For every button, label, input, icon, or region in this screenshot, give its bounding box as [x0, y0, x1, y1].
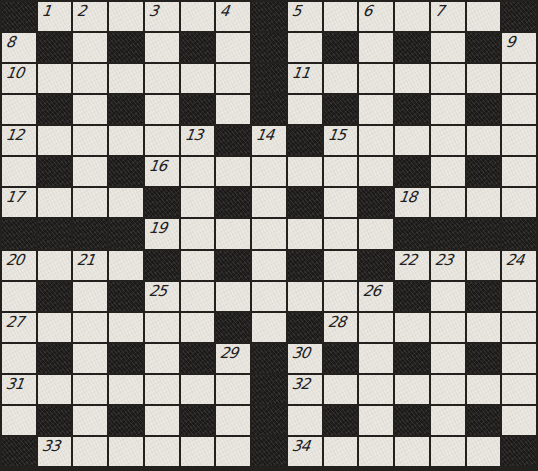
white-cell-r14c15[interactable] — [502, 406, 536, 435]
white-cell-r10c9[interactable] — [288, 282, 322, 311]
black-cell-r2c4 — [109, 33, 143, 62]
white-cell-r10c8[interactable] — [252, 282, 286, 311]
white-cell-r2c9[interactable] — [288, 33, 322, 62]
white-cell-r9c3[interactable]: 21 — [73, 251, 107, 280]
white-cell-r14c7[interactable] — [216, 406, 250, 435]
white-cell-r4c1[interactable] — [2, 95, 36, 124]
black-cell-r9c7 — [216, 251, 250, 280]
clue-number-29: 29 — [219, 344, 239, 363]
white-cell-r1c12[interactable] — [395, 2, 429, 31]
clue-number-16: 16 — [148, 157, 168, 176]
black-cell-r14c6 — [181, 406, 215, 435]
white-cell-r5c6[interactable]: 13 — [181, 126, 215, 155]
white-cell-r6c9[interactable] — [288, 157, 322, 186]
black-cell-r2c8 — [252, 33, 286, 62]
white-cell-r10c11[interactable]: 26 — [359, 282, 393, 311]
clue-number-14: 14 — [255, 126, 275, 145]
clue-number-10: 10 — [5, 64, 25, 83]
white-cell-r9c8[interactable] — [252, 251, 286, 280]
white-cell-r8c8[interactable] — [252, 219, 286, 248]
black-cell-r12c8 — [252, 344, 286, 373]
clue-number-33: 33 — [40, 437, 60, 456]
white-cell-r3c3[interactable] — [73, 64, 107, 93]
clue-number-20: 20 — [5, 251, 25, 270]
black-cell-r12c2 — [38, 344, 72, 373]
black-cell-r4c6 — [181, 95, 215, 124]
white-cell-r13c3[interactable] — [73, 375, 107, 404]
white-cell-r8c10[interactable] — [324, 219, 358, 248]
white-cell-r1c11[interactable]: 6 — [359, 2, 393, 31]
white-cell-r1c7[interactable]: 4 — [216, 2, 250, 31]
white-cell-r7c13[interactable] — [431, 188, 465, 217]
white-cell-r7c6[interactable] — [181, 188, 215, 217]
white-cell-r9c10[interactable] — [324, 251, 358, 280]
white-cell-r1c5[interactable]: 3 — [145, 2, 179, 31]
white-cell-r9c4[interactable] — [109, 251, 143, 280]
white-cell-r15c6[interactable] — [181, 437, 215, 466]
white-cell-r7c14[interactable] — [467, 188, 501, 217]
white-cell-r12c13[interactable] — [431, 344, 465, 373]
black-cell-r14c2 — [38, 406, 72, 435]
white-cell-r6c7[interactable] — [216, 157, 250, 186]
black-cell-r4c2 — [38, 95, 72, 124]
black-cell-r4c8 — [252, 95, 286, 124]
white-cell-r5c4[interactable] — [109, 126, 143, 155]
white-cell-r5c10[interactable]: 15 — [324, 126, 358, 155]
black-cell-r6c12 — [395, 157, 429, 186]
black-cell-r12c14 — [467, 344, 501, 373]
white-cell-r11c2[interactable] — [38, 313, 72, 342]
white-cell-r10c7[interactable] — [216, 282, 250, 311]
black-cell-r15c15 — [502, 437, 536, 466]
white-cell-r13c1[interactable]: 31 — [2, 375, 36, 404]
black-cell-r6c2 — [38, 157, 72, 186]
white-cell-r15c12[interactable] — [395, 437, 429, 466]
clue-number-31: 31 — [5, 375, 25, 394]
white-cell-r15c3[interactable] — [73, 437, 107, 466]
clue-number-25: 25 — [148, 282, 168, 301]
white-cell-r3c9[interactable]: 11 — [288, 64, 322, 93]
white-cell-r4c9[interactable] — [288, 95, 322, 124]
white-cell-r11c3[interactable] — [73, 313, 107, 342]
white-cell-r10c5[interactable]: 25 — [145, 282, 179, 311]
white-cell-r7c8[interactable] — [252, 188, 286, 217]
clue-number-22: 22 — [398, 251, 418, 270]
white-cell-r2c11[interactable] — [359, 33, 393, 62]
crossword-board: 1234567891011121314151617181920212223242… — [0, 0, 538, 471]
white-cell-r4c15[interactable] — [502, 95, 536, 124]
clue-number-9: 9 — [505, 33, 516, 52]
white-cell-r15c11[interactable] — [359, 437, 393, 466]
white-cell-r9c1[interactable]: 20 — [2, 251, 36, 280]
white-cell-r6c10[interactable] — [324, 157, 358, 186]
white-cell-r2c3[interactable] — [73, 33, 107, 62]
white-cell-r4c5[interactable] — [145, 95, 179, 124]
white-cell-r6c15[interactable] — [502, 157, 536, 186]
white-cell-r1c10[interactable] — [324, 2, 358, 31]
white-cell-r4c11[interactable] — [359, 95, 393, 124]
white-cell-r2c15[interactable]: 9 — [502, 33, 536, 62]
white-cell-r13c12[interactable] — [395, 375, 429, 404]
white-cell-r2c1[interactable]: 8 — [2, 33, 36, 62]
white-cell-r7c10[interactable] — [324, 188, 358, 217]
black-cell-r1c1 — [2, 2, 36, 31]
black-cell-r10c14 — [467, 282, 501, 311]
white-cell-r6c3[interactable] — [73, 157, 107, 186]
black-cell-r5c9 — [288, 126, 322, 155]
black-cell-r8c3 — [73, 219, 107, 248]
white-cell-r13c2[interactable] — [38, 375, 72, 404]
white-cell-r15c4[interactable] — [109, 437, 143, 466]
black-cell-r8c14 — [467, 219, 501, 248]
white-cell-r10c13[interactable] — [431, 282, 465, 311]
white-cell-r6c1[interactable] — [2, 157, 36, 186]
white-cell-r1c6[interactable] — [181, 2, 215, 31]
clue-number-26: 26 — [362, 282, 382, 301]
black-cell-r4c14 — [467, 95, 501, 124]
clue-number-21: 21 — [76, 251, 96, 270]
white-cell-r1c9[interactable]: 5 — [288, 2, 322, 31]
black-cell-r9c5 — [145, 251, 179, 280]
clue-number-12: 12 — [5, 126, 25, 145]
white-cell-r3c12[interactable] — [395, 64, 429, 93]
white-cell-r10c15[interactable] — [502, 282, 536, 311]
white-cell-r11c10[interactable]: 28 — [324, 313, 358, 342]
white-cell-r14c11[interactable] — [359, 406, 393, 435]
black-cell-r8c13 — [431, 219, 465, 248]
white-cell-r3c10[interactable] — [324, 64, 358, 93]
black-cell-r14c8 — [252, 406, 286, 435]
white-cell-r9c13[interactable]: 23 — [431, 251, 465, 280]
clue-number-15: 15 — [326, 126, 346, 145]
white-cell-r6c13[interactable] — [431, 157, 465, 186]
white-cell-r15c2[interactable]: 33 — [38, 437, 72, 466]
black-cell-r14c14 — [467, 406, 501, 435]
white-cell-r1c13[interactable]: 7 — [431, 2, 465, 31]
clue-number-7: 7 — [433, 2, 444, 21]
white-cell-r13c15[interactable] — [502, 375, 536, 404]
black-cell-r8c1 — [2, 219, 36, 248]
white-cell-r11c6[interactable] — [181, 313, 215, 342]
white-cell-r8c6[interactable] — [181, 219, 215, 248]
black-cell-r8c4 — [109, 219, 143, 248]
black-cell-r4c12 — [395, 95, 429, 124]
white-cell-r13c14[interactable] — [467, 375, 501, 404]
white-cell-r12c5[interactable] — [145, 344, 179, 373]
black-cell-r2c10 — [324, 33, 358, 62]
white-cell-r4c3[interactable] — [73, 95, 107, 124]
white-cell-r6c11[interactable] — [359, 157, 393, 186]
white-cell-r3c4[interactable] — [109, 64, 143, 93]
white-cell-r9c12[interactable]: 22 — [395, 251, 429, 280]
white-cell-r5c8[interactable]: 14 — [252, 126, 286, 155]
white-cell-r9c6[interactable] — [181, 251, 215, 280]
black-cell-r12c4 — [109, 344, 143, 373]
white-cell-r8c9[interactable] — [288, 219, 322, 248]
black-cell-r10c4 — [109, 282, 143, 311]
clue-number-17: 17 — [5, 188, 25, 207]
white-cell-r6c5[interactable]: 16 — [145, 157, 179, 186]
white-cell-r4c13[interactable] — [431, 95, 465, 124]
black-cell-r4c4 — [109, 95, 143, 124]
clue-number-4: 4 — [219, 2, 230, 21]
black-cell-r10c12 — [395, 282, 429, 311]
white-cell-r5c2[interactable] — [38, 126, 72, 155]
white-cell-r13c4[interactable] — [109, 375, 143, 404]
white-cell-r3c13[interactable] — [431, 64, 465, 93]
black-cell-r10c2 — [38, 282, 72, 311]
black-cell-r2c14 — [467, 33, 501, 62]
white-cell-r13c7[interactable] — [216, 375, 250, 404]
white-cell-r12c9[interactable]: 30 — [288, 344, 322, 373]
black-cell-r1c8 — [252, 2, 286, 31]
clue-number-6: 6 — [362, 2, 373, 21]
white-cell-r1c2[interactable]: 1 — [38, 2, 72, 31]
white-cell-r2c7[interactable] — [216, 33, 250, 62]
clue-number-34: 34 — [291, 437, 311, 456]
clue-number-5: 5 — [291, 2, 302, 21]
white-cell-r7c3[interactable] — [73, 188, 107, 217]
black-cell-r3c8 — [252, 64, 286, 93]
black-cell-r11c9 — [288, 313, 322, 342]
white-cell-r11c4[interactable] — [109, 313, 143, 342]
white-cell-r15c5[interactable] — [145, 437, 179, 466]
black-cell-r9c9 — [288, 251, 322, 280]
white-cell-r12c3[interactable] — [73, 344, 107, 373]
white-cell-r7c15[interactable] — [502, 188, 536, 217]
black-cell-r9c11 — [359, 251, 393, 280]
black-cell-r12c10 — [324, 344, 358, 373]
white-cell-r5c5[interactable] — [145, 126, 179, 155]
white-cell-r14c13[interactable] — [431, 406, 465, 435]
black-cell-r14c12 — [395, 406, 429, 435]
black-cell-r14c10 — [324, 406, 358, 435]
white-cell-r15c10[interactable] — [324, 437, 358, 466]
clue-number-1: 1 — [40, 2, 51, 21]
white-cell-r9c2[interactable] — [38, 251, 72, 280]
clue-number-18: 18 — [398, 188, 418, 207]
white-cell-r5c11[interactable] — [359, 126, 393, 155]
black-cell-r7c9 — [288, 188, 322, 217]
white-cell-r10c1[interactable] — [2, 282, 36, 311]
black-cell-r11c7 — [216, 313, 250, 342]
white-cell-r5c1[interactable]: 12 — [2, 126, 36, 155]
white-cell-r15c9[interactable]: 34 — [288, 437, 322, 466]
white-cell-r5c14[interactable] — [467, 126, 501, 155]
black-cell-r7c7 — [216, 188, 250, 217]
white-cell-r12c7[interactable]: 29 — [216, 344, 250, 373]
clue-number-2: 2 — [76, 2, 87, 21]
clue-number-24: 24 — [505, 251, 525, 270]
white-cell-r11c15[interactable] — [502, 313, 536, 342]
black-cell-r15c1 — [2, 437, 36, 466]
white-cell-r2c5[interactable] — [145, 33, 179, 62]
black-cell-r7c11 — [359, 188, 393, 217]
white-cell-r4c7[interactable] — [216, 95, 250, 124]
white-cell-r7c2[interactable] — [38, 188, 72, 217]
white-cell-r3c7[interactable] — [216, 64, 250, 93]
white-cell-r8c11[interactable] — [359, 219, 393, 248]
white-cell-r8c7[interactable] — [216, 219, 250, 248]
clue-number-28: 28 — [326, 313, 346, 332]
white-cell-r5c12[interactable] — [395, 126, 429, 155]
black-cell-r5c7 — [216, 126, 250, 155]
white-cell-r6c6[interactable] — [181, 157, 215, 186]
white-cell-r8c5[interactable]: 19 — [145, 219, 179, 248]
white-cell-r6c8[interactable] — [252, 157, 286, 186]
black-cell-r4c10 — [324, 95, 358, 124]
white-cell-r3c1[interactable]: 10 — [2, 64, 36, 93]
clue-number-13: 13 — [183, 126, 203, 145]
white-cell-r1c4[interactable] — [109, 2, 143, 31]
white-cell-r5c15[interactable] — [502, 126, 536, 155]
black-cell-r15c8 — [252, 437, 286, 466]
black-cell-r14c4 — [109, 406, 143, 435]
white-cell-r13c9[interactable]: 32 — [288, 375, 322, 404]
black-cell-r2c12 — [395, 33, 429, 62]
black-cell-r6c4 — [109, 157, 143, 186]
white-cell-r3c14[interactable] — [467, 64, 501, 93]
white-cell-r11c13[interactable] — [431, 313, 465, 342]
white-cell-r9c14[interactable] — [467, 251, 501, 280]
white-cell-r10c10[interactable] — [324, 282, 358, 311]
black-cell-r2c2 — [38, 33, 72, 62]
white-cell-r14c9[interactable] — [288, 406, 322, 435]
clue-number-27: 27 — [5, 313, 25, 332]
black-cell-r8c12 — [395, 219, 429, 248]
white-cell-r11c12[interactable] — [395, 313, 429, 342]
white-cell-r1c14[interactable] — [467, 2, 501, 31]
black-cell-r13c8 — [252, 375, 286, 404]
white-cell-r1c3[interactable]: 2 — [73, 2, 107, 31]
white-cell-r7c1[interactable]: 17 — [2, 188, 36, 217]
white-cell-r11c11[interactable] — [359, 313, 393, 342]
clue-number-19: 19 — [148, 219, 168, 238]
white-cell-r3c6[interactable] — [181, 64, 215, 93]
clue-number-11: 11 — [291, 64, 311, 83]
black-cell-r2c6 — [181, 33, 215, 62]
black-cell-r8c15 — [502, 219, 536, 248]
white-cell-r15c7[interactable] — [216, 437, 250, 466]
white-cell-r11c5[interactable] — [145, 313, 179, 342]
clue-number-23: 23 — [433, 251, 453, 270]
white-cell-r3c11[interactable] — [359, 64, 393, 93]
white-cell-r5c3[interactable] — [73, 126, 107, 155]
white-cell-r14c5[interactable] — [145, 406, 179, 435]
white-cell-r11c14[interactable] — [467, 313, 501, 342]
white-cell-r10c6[interactable] — [181, 282, 215, 311]
black-cell-r8c2 — [38, 219, 72, 248]
black-cell-r12c12 — [395, 344, 429, 373]
white-cell-r5c13[interactable] — [431, 126, 465, 155]
white-cell-r15c13[interactable] — [431, 437, 465, 466]
clue-number-8: 8 — [5, 33, 16, 52]
clue-number-30: 30 — [291, 344, 311, 363]
black-cell-r6c14 — [467, 157, 501, 186]
white-cell-r13c10[interactable] — [324, 375, 358, 404]
white-cell-r12c11[interactable] — [359, 344, 393, 373]
white-cell-r12c1[interactable] — [2, 344, 36, 373]
clue-number-32: 32 — [291, 375, 311, 394]
black-cell-r12c6 — [181, 344, 215, 373]
black-cell-r1c15 — [502, 2, 536, 31]
white-cell-r11c1[interactable]: 27 — [2, 313, 36, 342]
black-cell-r7c5 — [145, 188, 179, 217]
white-cell-r14c1[interactable] — [2, 406, 36, 435]
white-cell-r13c5[interactable] — [145, 375, 179, 404]
white-cell-r15c14[interactable] — [467, 437, 501, 466]
white-cell-r13c13[interactable] — [431, 375, 465, 404]
white-cell-r7c4[interactable] — [109, 188, 143, 217]
white-cell-r7c12[interactable]: 18 — [395, 188, 429, 217]
white-cell-r13c11[interactable] — [359, 375, 393, 404]
white-cell-r12c15[interactable] — [502, 344, 536, 373]
white-cell-r10c3[interactable] — [73, 282, 107, 311]
white-cell-r3c15[interactable] — [502, 64, 536, 93]
white-cell-r3c2[interactable] — [38, 64, 72, 93]
clue-number-3: 3 — [148, 2, 159, 21]
white-cell-r11c8[interactable] — [252, 313, 286, 342]
white-cell-r14c3[interactable] — [73, 406, 107, 435]
white-cell-r9c15[interactable]: 24 — [502, 251, 536, 280]
white-cell-r3c5[interactable] — [145, 64, 179, 93]
white-cell-r2c13[interactable] — [431, 33, 465, 62]
white-cell-r13c6[interactable] — [181, 375, 215, 404]
